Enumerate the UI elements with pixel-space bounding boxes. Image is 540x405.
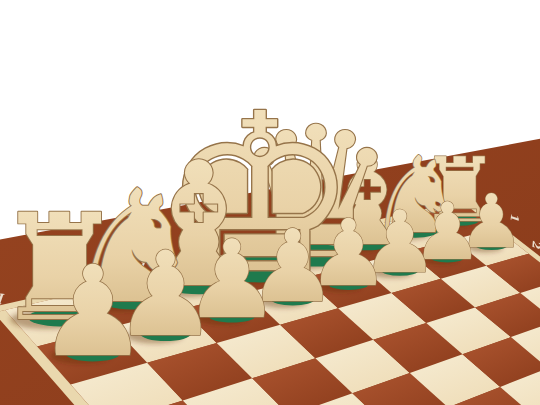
chessboard: hgfedcba12345678♜♞♝♟♛♟♚♟♝♟♟♞♟♜♟♟ <box>0 0 540 405</box>
pawn-glyph: ♟ <box>37 239 149 384</box>
piece-white-pawn-h2: ♟ <box>37 239 149 384</box>
chess-set-photo: chess hgfedcba12345678♜♞♝♟♛♟♚♟♝♟♟♞♟♜♟♟ <box>0 0 540 405</box>
